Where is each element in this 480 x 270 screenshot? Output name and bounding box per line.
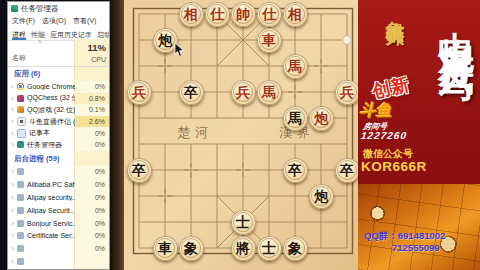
menu-item-1[interactable]: 选项(O) [42, 16, 66, 26]
process-name: Alipay Securit... [27, 207, 75, 214]
expand-chevron-icon[interactable]: › [8, 258, 17, 265]
process-row[interactable]: ›Alipay security...0% [8, 191, 109, 204]
generic-icon [17, 194, 24, 201]
process-row[interactable]: ›0% [8, 166, 109, 179]
process-name: 任务管理器 [27, 140, 75, 150]
name-column-header[interactable]: 名称 [12, 53, 26, 63]
generic-icon [17, 245, 24, 252]
process-cpu-value: 0% [75, 191, 109, 204]
expand-chevron-icon[interactable]: › [8, 220, 17, 227]
stream-banner: 象棋大师 创新 斗鱼 房间号 1227260 微信公众号 KOR666R QQ群… [358, 0, 480, 270]
sort-caret-icon: ^ [38, 39, 41, 46]
process-row[interactable]: ›Bonjour Servic...0% [8, 217, 109, 230]
process-cpu-value: 0% [75, 204, 109, 217]
screen: 任务管理器 文件(F)选项(O)查看(V) 进程性能应用历史记录启动用户 ^ 名… [0, 0, 480, 270]
list-header[interactable]: ^ 名称 11% CPU [8, 39, 109, 67]
expand-chevron-icon[interactable]: › [8, 141, 17, 148]
expand-chevron-icon[interactable]: › [8, 118, 17, 125]
piece-red-相[interactable]: 相 [179, 2, 204, 27]
expand-chevron-icon[interactable]: › [8, 232, 17, 239]
douyu-logo: 斗鱼 [360, 101, 392, 122]
process-row[interactable]: › [8, 255, 109, 268]
qq-label: QQ群： [364, 230, 398, 241]
process-row[interactable]: ›Alipay Securit...0% [8, 204, 109, 217]
piece-black-象[interactable]: 象 [179, 236, 204, 261]
slogan-text: 创新 [370, 72, 412, 103]
wechat-id: KOR666R [361, 159, 427, 174]
process-cpu-value: 0% [75, 217, 109, 230]
room-number: 1227260 [360, 130, 407, 141]
expand-chevron-icon[interactable]: › [8, 181, 17, 188]
piece-red-兵[interactable]: 兵 [335, 80, 359, 105]
piece-red-兵[interactable]: 兵 [231, 80, 256, 105]
xiangqi-game-window: 楚河 漢界 相仕帥仕相炮車馬兵卒兵馬兵馬炮卒卒卒炮士車象將士象 [110, 0, 358, 270]
process-name: Bonjour Servic... [27, 220, 75, 227]
process-cpu-value [75, 255, 109, 268]
process-cpu-value: 0% [75, 230, 109, 243]
expand-chevron-icon[interactable]: › [8, 95, 17, 102]
process-name: 斗鱼直播伴侣 (... [29, 117, 75, 127]
cpu-column-header[interactable]: CPU [91, 56, 106, 63]
process-name: QQ游戏 (32 位) [27, 105, 75, 115]
douyu-icon [17, 117, 26, 126]
qqchess-icon [17, 95, 24, 102]
expand-chevron-icon[interactable]: › [8, 207, 17, 214]
piece-black-卒[interactable]: 卒 [283, 158, 308, 183]
process-cpu-value: 0.8% [75, 93, 109, 105]
qq-number-2: 712555099 [392, 242, 445, 254]
process-cpu-value: 2.6% [75, 116, 109, 128]
qq-number-1: 691481002 [398, 230, 446, 241]
process-row[interactable]: ›Certificate Ser...0% [8, 230, 109, 243]
generic-icon [17, 207, 24, 214]
process-name: Google Chrome [27, 83, 75, 90]
process-row[interactable]: ›任务管理器0% [8, 139, 109, 151]
piece-black-馬[interactable]: 馬 [283, 106, 308, 131]
mouse-cursor [174, 43, 186, 58]
window-title: 任务管理器 [21, 4, 59, 14]
process-row[interactable]: ›Alibaba PC Saf...0% [8, 178, 109, 191]
process-name: Certificate Ser... [27, 232, 75, 239]
piece-black-車[interactable]: 車 [153, 236, 178, 261]
expand-chevron-icon[interactable]: › [8, 194, 17, 201]
qq-groups: QQ群：691481002 712555099 [364, 230, 445, 254]
piece-red-帥[interactable]: 帥 [231, 2, 256, 27]
process-name: 记事本 [29, 128, 75, 138]
process-list: 应用 (6)›Google Chrome0%›QQChess (32 位)0.8… [8, 66, 109, 269]
piece-red-馬[interactable]: 馬 [257, 80, 282, 105]
menu-item-0[interactable]: 文件(F) [12, 16, 35, 26]
piece-red-馬[interactable]: 馬 [283, 54, 308, 79]
brand-text: 象棋大师 [382, 6, 408, 14]
process-row[interactable]: ›记事本0% [8, 127, 109, 139]
piece-red-相[interactable]: 相 [283, 2, 308, 27]
piece-red-仕[interactable]: 仕 [205, 2, 230, 27]
generic-icon [17, 220, 24, 227]
cpu-total-value: 11% [88, 42, 107, 53]
process-group-header[interactable]: 后台进程 (59) [8, 151, 109, 166]
process-row[interactable]: ›QQChess (32 位)0.8% [8, 93, 109, 105]
generic-icon [17, 232, 24, 239]
process-cpu-value: 0% [75, 139, 109, 151]
chrome-icon [17, 83, 24, 90]
process-name: QQChess (32 位) [27, 93, 75, 103]
menu-item-2[interactable]: 查看(V) [73, 16, 96, 26]
process-name: Alipay security... [27, 194, 75, 201]
process-cpu-value: 0% [75, 178, 109, 191]
process-row[interactable]: ›斗鱼直播伴侣 (...2.6% [8, 116, 109, 128]
process-cpu-value: 0% [75, 242, 109, 255]
piece-layer: 相仕帥仕相炮車馬兵卒兵馬兵馬炮卒卒卒炮士車象將士象 [110, 0, 358, 270]
piece-black-士[interactable]: 士 [257, 236, 282, 261]
expand-chevron-icon[interactable]: › [8, 83, 17, 90]
menu-bar: 文件(F)选项(O)查看(V) [8, 15, 109, 28]
piece-black-卒[interactable]: 卒 [127, 158, 152, 183]
generic-icon [17, 168, 24, 175]
piece-red-仕[interactable]: 仕 [257, 2, 282, 27]
generic-icon [17, 258, 24, 265]
process-cpu-value: 0% [75, 81, 109, 93]
process-cpu-value: 0.1% [75, 104, 109, 116]
expand-chevron-icon[interactable]: › [8, 168, 17, 175]
piece-black-炮[interactable]: 炮 [309, 184, 334, 209]
process-name: Alibaba PC Saf... [27, 181, 75, 188]
notepad-icon [17, 129, 26, 138]
expand-chevron-icon[interactable]: › [8, 245, 17, 252]
process-group-header[interactable]: 应用 (6) [8, 66, 109, 81]
banner-board-photo [358, 184, 480, 270]
expand-chevron-icon[interactable]: › [8, 130, 17, 137]
task-manager-window: 任务管理器 文件(F)选项(O)查看(V) 进程性能应用历史记录启动用户 ^ 名… [7, 1, 110, 270]
process-row[interactable]: ›0% [8, 242, 109, 255]
title-bar[interactable]: 任务管理器 [8, 2, 109, 15]
piece-black-卒[interactable]: 卒 [335, 158, 359, 183]
task-manager-icon [11, 5, 18, 12]
process-row[interactable]: ›QQ游戏 (32 位)0.1% [8, 104, 109, 116]
piece-black-卒[interactable]: 卒 [179, 80, 204, 105]
piece-black-士[interactable]: 士 [231, 210, 256, 235]
process-cpu-value: 0% [75, 166, 109, 179]
piece-red-車[interactable]: 車 [257, 28, 282, 53]
taskmgr-icon [17, 141, 24, 148]
piece-red-兵[interactable]: 兵 [127, 80, 152, 105]
generic-icon [17, 181, 24, 188]
process-cpu-value: 0% [75, 127, 109, 139]
piece-black-象[interactable]: 象 [283, 236, 308, 261]
piece-black-將[interactable]: 將 [231, 236, 256, 261]
video-title: 中炮对屏风马 [433, 2, 479, 50]
process-row[interactable]: ›Google Chrome0% [8, 81, 109, 93]
expand-chevron-icon[interactable]: › [8, 106, 17, 113]
qqgame-icon [17, 106, 24, 113]
piece-red-炮[interactable]: 炮 [309, 106, 334, 131]
